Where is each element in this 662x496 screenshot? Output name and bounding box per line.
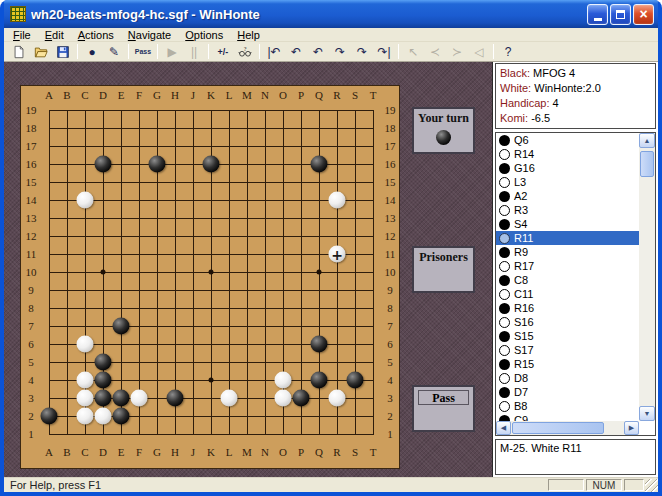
move-item-R3[interactable]: R3 bbox=[496, 203, 639, 217]
white-stone-icon bbox=[499, 317, 510, 328]
board-coordinate-label: A bbox=[45, 446, 53, 458]
board-coordinate-label: O bbox=[279, 89, 287, 101]
stone-black-D3 bbox=[95, 390, 112, 407]
white-stone-icon bbox=[499, 149, 510, 160]
open-folder-icon bbox=[34, 45, 48, 59]
stone-black-D5 bbox=[95, 354, 112, 371]
board-coordinate-label: O bbox=[279, 446, 287, 458]
board-coordinate-label: 14 bbox=[26, 194, 37, 206]
game-info-box: Black: MFOG 4White: WinHonte:2.0Handicap… bbox=[495, 63, 656, 129]
toolbar-separator bbox=[77, 44, 78, 59]
move-label: R15 bbox=[514, 358, 534, 370]
board-coordinate-label: E bbox=[118, 446, 125, 458]
info-value: WinHonte:2.0 bbox=[531, 82, 601, 94]
board-coordinate-label: 11 bbox=[26, 248, 37, 260]
board-coordinate-label: M bbox=[242, 446, 252, 458]
move-item-S15[interactable]: S15 bbox=[496, 329, 639, 343]
menu-options[interactable]: Options bbox=[178, 29, 230, 41]
svg-text:?: ? bbox=[244, 45, 247, 51]
board-coordinate-label: N bbox=[261, 89, 269, 101]
move-label: D8 bbox=[514, 372, 528, 384]
pause-button[interactable]: || bbox=[183, 43, 205, 61]
board-coordinate-label: 18 bbox=[385, 122, 396, 134]
glasses-icon: ? bbox=[238, 45, 252, 59]
info-label: Handicap: bbox=[500, 97, 550, 109]
toolbar-separator bbox=[398, 44, 399, 59]
board-coordinate-label: 8 bbox=[28, 302, 34, 314]
nav-back-several-button[interactable]: ↶ bbox=[285, 43, 307, 61]
move-label: R17 bbox=[514, 260, 534, 272]
board-coordinate-label: 17 bbox=[385, 140, 396, 152]
scroll-left-button[interactable]: ◀ bbox=[496, 421, 511, 435]
toolbar-separator bbox=[128, 44, 129, 59]
pass-tool-button[interactable]: Pass bbox=[132, 43, 154, 61]
move-label: R16 bbox=[514, 302, 534, 314]
info-label: Komi: bbox=[500, 112, 528, 124]
board-coordinate-label: 9 bbox=[28, 284, 34, 296]
move-label: S17 bbox=[514, 344, 534, 356]
board-coordinate-label: 4 bbox=[28, 374, 34, 386]
move-item-S4[interactable]: S4 bbox=[496, 217, 639, 231]
board-coordinate-label: 12 bbox=[26, 230, 37, 242]
white-stone-icon bbox=[499, 345, 510, 356]
board-coordinate-label: 14 bbox=[385, 194, 396, 206]
side-panel: Black: MFOG 4White: WinHonte:2.0Handicap… bbox=[492, 62, 658, 477]
menu-file[interactable]: File bbox=[6, 29, 38, 41]
stone-white-C4 bbox=[77, 372, 94, 389]
menu-help[interactable]: Help bbox=[230, 29, 267, 41]
star-point bbox=[209, 378, 214, 383]
play-area: AABBCCDDEEFFGGHHJJKKLLMMNNOOPPQQRRSSTT19… bbox=[4, 62, 492, 477]
edit-pencil-tool-button[interactable]: ✎ bbox=[103, 43, 125, 61]
move-item-L3[interactable]: L3 bbox=[496, 175, 639, 189]
main-line-button[interactable]: ◁ bbox=[468, 43, 490, 61]
menu-navigate[interactable]: Navigate bbox=[121, 29, 178, 41]
board-coordinate-label: N bbox=[261, 446, 269, 458]
pass-button[interactable]: Pass bbox=[418, 390, 469, 405]
move-label: R14 bbox=[514, 148, 534, 160]
nav-back-button[interactable]: ↶ bbox=[307, 43, 329, 61]
open-file-button[interactable] bbox=[30, 43, 52, 61]
window-title: wh20-beats-mfog4-hc.sgf - WinHonte bbox=[31, 7, 585, 22]
board-coordinate-label: T bbox=[370, 89, 377, 101]
board-coordinate-label: P bbox=[298, 446, 304, 458]
move-list-box: Q6R14G16L3A2R3S4R11R9R17C8C11R16S16S15S1… bbox=[495, 132, 656, 436]
stone-white-R11: + bbox=[329, 246, 346, 263]
stone-white-C6 bbox=[77, 336, 94, 353]
move-item-S17[interactable]: S17 bbox=[496, 343, 639, 357]
move-label: L3 bbox=[514, 176, 526, 188]
board-coordinate-label: B bbox=[63, 446, 70, 458]
scroll-up-button[interactable]: ▲ bbox=[639, 133, 655, 148]
info-value: -6.5 bbox=[528, 112, 550, 124]
stone-black-P3 bbox=[293, 390, 310, 407]
board-coordinate-label: 7 bbox=[387, 320, 393, 332]
board-coordinate-label: F bbox=[136, 446, 142, 458]
board-coordinate-label: S bbox=[352, 446, 358, 458]
stone-white-R14 bbox=[329, 192, 346, 209]
board-coordinate-label: B bbox=[63, 89, 70, 101]
stone-black-Q4 bbox=[311, 372, 328, 389]
stone-black-Q6 bbox=[311, 336, 328, 353]
info-label: White: bbox=[500, 82, 531, 94]
toolbar: ●✎Pass▶||+/-?|↶↶↶↷↷↷|↖≺≻◁? bbox=[4, 42, 658, 62]
board-coordinate-label: 15 bbox=[26, 176, 37, 188]
board-coordinate-label: S bbox=[352, 89, 358, 101]
black-stone-icon bbox=[499, 275, 510, 286]
board-coordinate-label: 3 bbox=[387, 392, 393, 404]
board-coordinate-label: 16 bbox=[385, 158, 396, 170]
white-stone-icon bbox=[499, 233, 510, 244]
board-coordinate-label: 16 bbox=[26, 158, 37, 170]
status-help-text: For Help, press F1 bbox=[4, 479, 547, 491]
status-pane-num: NUM bbox=[586, 479, 622, 491]
menu-actions[interactable]: Actions bbox=[71, 29, 121, 41]
move-item-R17[interactable]: R17 bbox=[496, 259, 639, 273]
move-label: G16 bbox=[514, 162, 535, 174]
black-stone-icon bbox=[499, 191, 510, 202]
stone-white-O3 bbox=[275, 390, 292, 407]
variation-back-button[interactable]: ≺ bbox=[424, 43, 446, 61]
board-coordinate-label: H bbox=[171, 89, 179, 101]
stone-white-F3 bbox=[131, 390, 148, 407]
nav-first-button[interactable]: |↶ bbox=[263, 43, 285, 61]
toolbar-separator bbox=[259, 44, 260, 59]
move-label: A2 bbox=[514, 190, 527, 202]
white-stone-icon bbox=[499, 205, 510, 216]
move-item-C11[interactable]: C11 bbox=[496, 287, 639, 301]
black-stone-icon bbox=[499, 359, 510, 370]
move-item-Q6[interactable]: Q6 bbox=[496, 133, 639, 147]
board-coordinate-label: 6 bbox=[28, 338, 34, 350]
move-label: D7 bbox=[514, 386, 528, 398]
move-label: S4 bbox=[514, 218, 527, 230]
board-coordinate-label: F bbox=[136, 89, 142, 101]
board-coordinate-label: K bbox=[207, 89, 215, 101]
board-coordinate-label: 9 bbox=[387, 284, 393, 296]
white-stone-icon bbox=[499, 177, 510, 188]
board-coordinate-label: 19 bbox=[26, 104, 37, 116]
go-board[interactable]: AABBCCDDEEFFGGHHJJKKLLMMNNOOPPQQRRSSTT19… bbox=[20, 85, 400, 469]
board-coordinate-label: 6 bbox=[387, 338, 393, 350]
stone-black-E3 bbox=[113, 390, 130, 407]
move-item-R14[interactable]: R14 bbox=[496, 147, 639, 161]
play-button[interactable]: ▶ bbox=[161, 43, 183, 61]
your-turn-panel: Your turn bbox=[412, 107, 475, 154]
stone-white-C2 bbox=[77, 408, 94, 425]
star-point bbox=[209, 270, 214, 275]
info-row: Komi: -6.5 bbox=[500, 111, 651, 126]
info-value: MFOG 4 bbox=[530, 67, 575, 79]
place-stone-tool-button[interactable]: ● bbox=[81, 43, 103, 61]
board-coordinate-label: 2 bbox=[387, 410, 393, 422]
board-coordinate-label: D bbox=[99, 446, 107, 458]
stone-black-D4 bbox=[95, 372, 112, 389]
board-coordinate-label: H bbox=[171, 446, 179, 458]
stone-black-K16 bbox=[203, 156, 220, 173]
move-label: S16 bbox=[514, 316, 534, 328]
status-pane-empty-2 bbox=[624, 479, 644, 491]
info-value: 4 bbox=[550, 97, 559, 109]
board-coordinate-label: R bbox=[333, 89, 340, 101]
last-move-cross-marker: + bbox=[331, 247, 343, 261]
star-point bbox=[317, 270, 322, 275]
stone-black-E7 bbox=[113, 318, 130, 335]
info-row: White: WinHonte:2.0 bbox=[500, 81, 651, 96]
move-label: Q6 bbox=[514, 134, 529, 146]
vertical-scroll-thumb[interactable] bbox=[640, 151, 654, 177]
close-icon: × bbox=[639, 7, 647, 21]
move-label: C8 bbox=[514, 274, 528, 286]
move-item-D8[interactable]: D8 bbox=[496, 371, 639, 385]
prisoners-panel: Prisoners bbox=[412, 246, 475, 293]
move-label: S15 bbox=[514, 330, 534, 342]
analyze-glasses-button[interactable]: ? bbox=[234, 43, 256, 61]
minimize-button[interactable] bbox=[587, 4, 608, 25]
new-file-button[interactable] bbox=[8, 43, 30, 61]
stone-black-Q16 bbox=[311, 156, 328, 173]
black-stone-icon bbox=[499, 219, 510, 230]
stone-black-A2 bbox=[41, 408, 58, 425]
board-coordinate-label: Q bbox=[315, 446, 323, 458]
board-coordinate-label: 5 bbox=[28, 356, 34, 368]
move-item-R9[interactable]: R9 bbox=[496, 245, 639, 259]
stone-black-G16 bbox=[149, 156, 166, 173]
black-stone-icon bbox=[499, 163, 510, 174]
move-item-R16[interactable]: R16 bbox=[496, 301, 639, 315]
stone-white-C14 bbox=[77, 192, 94, 209]
score-plus-minus-button[interactable]: +/- bbox=[212, 43, 234, 61]
board-coordinate-label: 10 bbox=[26, 266, 37, 278]
move-message-box: M-25. White R11 bbox=[495, 439, 656, 475]
board-coordinate-label: 4 bbox=[387, 374, 393, 386]
board-coordinate-label: 3 bbox=[28, 392, 34, 404]
move-item-G16[interactable]: G16 bbox=[496, 161, 639, 175]
move-label: C11 bbox=[514, 288, 533, 300]
board-coordinate-label: J bbox=[191, 89, 195, 101]
board-coordinate-label: M bbox=[242, 89, 252, 101]
move-item-C8[interactable]: C8 bbox=[496, 273, 639, 287]
prisoners-label: Prisoners bbox=[414, 250, 473, 265]
move-label: B8 bbox=[514, 400, 527, 412]
board-coordinate-label: L bbox=[226, 446, 233, 458]
toolbar-separator bbox=[493, 44, 494, 59]
white-stone-icon bbox=[499, 373, 510, 384]
board-coordinate-label: 8 bbox=[387, 302, 393, 314]
menu-bar: FileEditActionsNavigateOptionsHelp bbox=[4, 28, 658, 42]
board-coordinate-label: 5 bbox=[387, 356, 393, 368]
board-coordinate-label: T bbox=[370, 446, 377, 458]
stone-white-D2 bbox=[95, 408, 112, 425]
star-point bbox=[101, 270, 106, 275]
save-icon bbox=[56, 45, 70, 59]
maximize-button[interactable] bbox=[610, 4, 631, 25]
stone-white-R3 bbox=[329, 390, 346, 407]
stone-black-D16 bbox=[95, 156, 112, 173]
variation-forward-button[interactable]: ≻ bbox=[446, 43, 468, 61]
move-item-S16[interactable]: S16 bbox=[496, 315, 639, 329]
prev-variation-button[interactable]: ↖ bbox=[402, 43, 424, 61]
board-coordinate-label: 1 bbox=[28, 428, 34, 440]
stone-white-O4 bbox=[275, 372, 292, 389]
board-coordinate-label: 13 bbox=[26, 212, 37, 224]
board-coordinate-label: 7 bbox=[28, 320, 34, 332]
board-coordinate-label: A bbox=[45, 89, 53, 101]
your-turn-label: Your turn bbox=[414, 111, 473, 126]
board-coordinate-label: L bbox=[226, 89, 233, 101]
board-coordinate-label: E bbox=[118, 89, 125, 101]
info-label: Black: bbox=[500, 67, 530, 79]
black-stone-icon bbox=[499, 331, 510, 342]
board-coordinate-label: C bbox=[81, 446, 88, 458]
scroll-right-button[interactable]: ▶ bbox=[624, 421, 639, 435]
resize-grip[interactable] bbox=[645, 479, 658, 492]
info-row: Handicap: 4 bbox=[500, 96, 651, 111]
maximize-icon bbox=[616, 10, 625, 19]
info-row: Black: MFOG 4 bbox=[500, 66, 651, 81]
horizontal-scroll-thumb[interactable] bbox=[512, 422, 604, 434]
client-area: AABBCCDDEEFFGGHHJJKKLLMMNNOOPPQQRRSSTT19… bbox=[4, 62, 658, 477]
pass-panel[interactable]: Pass bbox=[412, 385, 475, 432]
toolbar-separator bbox=[208, 44, 209, 59]
move-item-C9[interactable]: C9 bbox=[496, 413, 639, 421]
close-button[interactable]: × bbox=[633, 4, 654, 25]
app-window: wh20-beats-mfog4-hc.sgf - WinHonte × Fil… bbox=[0, 0, 662, 496]
move-item-B8[interactable]: B8 bbox=[496, 399, 639, 413]
board-coordinate-label: J bbox=[191, 446, 195, 458]
nav-forward-button[interactable]: ↷ bbox=[329, 43, 351, 61]
board-coordinate-label: 19 bbox=[385, 104, 396, 116]
board-coordinate-label: K bbox=[207, 446, 215, 458]
board-coordinate-label: 18 bbox=[26, 122, 37, 134]
board-coordinate-label: Q bbox=[315, 89, 323, 101]
stone-black-E2 bbox=[113, 408, 130, 425]
board-coordinate-label: D bbox=[99, 89, 107, 101]
board-coordinate-label: C bbox=[81, 89, 88, 101]
stone-black-S4 bbox=[347, 372, 364, 389]
turn-stone-black-icon bbox=[436, 130, 451, 145]
horizontal-scrollbar[interactable]: ◀ ▶ bbox=[496, 421, 639, 435]
black-stone-icon bbox=[499, 387, 510, 398]
white-stone-icon bbox=[499, 289, 510, 300]
board-coordinate-label: G bbox=[153, 89, 161, 101]
help-button[interactable]: ? bbox=[497, 43, 519, 61]
title-bar: wh20-beats-mfog4-hc.sgf - WinHonte × bbox=[4, 0, 658, 28]
board-coordinate-label: 12 bbox=[385, 230, 396, 242]
stone-black-H3 bbox=[167, 390, 184, 407]
white-stone-icon bbox=[499, 401, 510, 412]
board-coordinate-label: R bbox=[333, 446, 340, 458]
black-stone-icon bbox=[499, 303, 510, 314]
move-item-R11[interactable]: R11 bbox=[496, 231, 639, 245]
stone-white-C3 bbox=[77, 390, 94, 407]
black-stone-icon bbox=[499, 135, 510, 146]
move-item-D7[interactable]: D7 bbox=[496, 385, 639, 399]
move-label: R9 bbox=[514, 246, 528, 258]
move-label: C9 bbox=[514, 414, 528, 421]
move-item-A2[interactable]: A2 bbox=[496, 189, 639, 203]
black-stone-icon bbox=[499, 247, 510, 258]
status-pane-empty-1 bbox=[548, 479, 584, 491]
move-item-R15[interactable]: R15 bbox=[496, 357, 639, 371]
stone-white-L3 bbox=[221, 390, 238, 407]
board-coordinate-label: 10 bbox=[385, 266, 396, 278]
save-button[interactable] bbox=[52, 43, 74, 61]
board-coordinate-label: 11 bbox=[385, 248, 396, 260]
vertical-scrollbar[interactable]: ▲ ▼ bbox=[639, 133, 655, 421]
board-coordinate-label: 1 bbox=[387, 428, 393, 440]
move-list[interactable]: Q6R14G16L3A2R3S4R11R9R17C8C11R16S16S15S1… bbox=[496, 133, 639, 421]
new-document-icon bbox=[12, 45, 26, 59]
move-label: R11 bbox=[514, 232, 533, 244]
move-label: R3 bbox=[514, 204, 528, 216]
board-coordinate-label: P bbox=[298, 89, 304, 101]
nav-last-button[interactable]: ↷| bbox=[373, 43, 395, 61]
toolbar-separator bbox=[157, 44, 158, 59]
nav-forward-several-button[interactable]: ↷ bbox=[351, 43, 373, 61]
app-icon bbox=[10, 6, 26, 22]
board-coordinate-label: G bbox=[153, 446, 161, 458]
status-bar: For Help, press F1 NUM bbox=[4, 477, 658, 492]
minimize-icon bbox=[594, 18, 602, 21]
board-coordinate-label: 17 bbox=[26, 140, 37, 152]
menu-edit[interactable]: Edit bbox=[38, 29, 71, 41]
board-coordinate-label: 13 bbox=[385, 212, 396, 224]
scroll-down-button[interactable]: ▼ bbox=[639, 406, 655, 421]
board-coordinate-label: 2 bbox=[28, 410, 34, 422]
board-coordinate-label: 15 bbox=[385, 176, 396, 188]
white-stone-icon bbox=[499, 261, 510, 272]
